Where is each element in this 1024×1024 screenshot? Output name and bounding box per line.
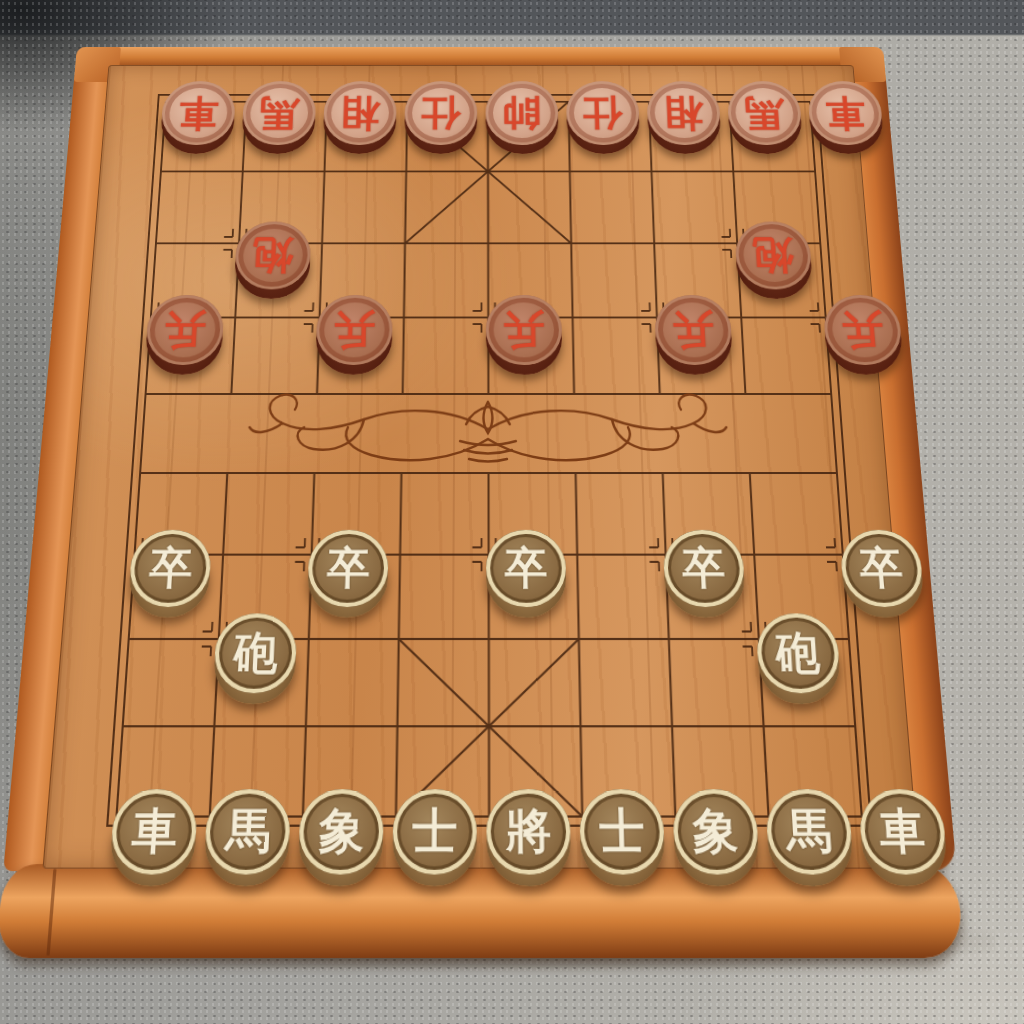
intersection-h5[interactable] bbox=[742, 455, 835, 536]
intersection-h10[interactable]: 馬 bbox=[722, 86, 807, 155]
intersection-c1[interactable]: 象 bbox=[293, 796, 389, 889]
piece-character: 砲 bbox=[774, 630, 820, 675]
intersection-c10[interactable]: 相 bbox=[318, 86, 401, 155]
intersection-h2[interactable] bbox=[755, 706, 853, 796]
piece-character: 象 bbox=[692, 807, 739, 856]
intersection-f7[interactable] bbox=[566, 301, 653, 377]
intersection-h1[interactable]: 馬 bbox=[760, 796, 859, 889]
intersection-f8[interactable] bbox=[564, 227, 649, 301]
piece-character: 士 bbox=[412, 807, 458, 856]
intersection-g8[interactable] bbox=[647, 227, 734, 301]
intersection-b3[interactable]: 砲 bbox=[208, 620, 302, 707]
piece-red-soldier[interactable]: 兵 bbox=[315, 295, 393, 375]
intersection-f5[interactable] bbox=[568, 455, 658, 536]
intersection-d8[interactable] bbox=[397, 227, 481, 301]
piece-character: 士 bbox=[599, 807, 645, 856]
piece-white-advisor[interactable]: 士 bbox=[579, 789, 666, 886]
piece-red-chariot[interactable]: 車 bbox=[806, 81, 884, 154]
intersection-i9[interactable] bbox=[807, 156, 895, 227]
piece-character: 卒 bbox=[326, 546, 370, 590]
intersection-b6[interactable] bbox=[221, 377, 311, 455]
intersection-a6[interactable] bbox=[134, 377, 225, 455]
intersection-c4[interactable]: 卒 bbox=[302, 536, 393, 620]
intersection-i6[interactable] bbox=[823, 377, 915, 455]
intersection-g5[interactable] bbox=[655, 455, 746, 536]
intersection-f6[interactable] bbox=[567, 377, 655, 455]
piece-white-chariot[interactable]: 車 bbox=[857, 789, 949, 886]
piece-character: 車 bbox=[878, 807, 927, 856]
piece-character: 兵 bbox=[840, 310, 884, 350]
piece-white-elephant[interactable]: 象 bbox=[672, 789, 760, 886]
intersection-e6[interactable] bbox=[482, 377, 569, 455]
piece-red-soldier[interactable]: 兵 bbox=[144, 295, 225, 375]
intersection-i8[interactable] bbox=[813, 227, 902, 301]
intersection-e9[interactable] bbox=[481, 156, 564, 227]
intersection-d9[interactable] bbox=[399, 156, 482, 227]
intersection-c2[interactable] bbox=[296, 706, 390, 796]
piece-character: 炮 bbox=[252, 236, 294, 275]
intersection-d4[interactable] bbox=[392, 536, 482, 620]
board-surface: 車馬相仕帥仕相馬車炮炮兵兵兵兵兵卒卒卒卒卒砲砲車馬象士將士象馬車 bbox=[43, 65, 920, 869]
piece-red-soldier[interactable]: 兵 bbox=[822, 295, 904, 375]
piece-character: 卒 bbox=[858, 546, 904, 590]
intersection-f2[interactable] bbox=[573, 706, 667, 796]
xiangqi-board: 車馬相仕帥仕相馬車炮炮兵兵兵兵兵卒卒卒卒卒砲砲車馬象士將士象馬車 bbox=[0, 47, 964, 958]
intersection-i3[interactable] bbox=[840, 620, 937, 707]
intersection-i2[interactable] bbox=[847, 706, 946, 796]
intersection-h4[interactable] bbox=[746, 536, 840, 620]
intersection-a4[interactable]: 卒 bbox=[123, 536, 217, 620]
piece-face: 將 bbox=[486, 789, 571, 874]
intersection-h9[interactable] bbox=[726, 156, 813, 227]
piece-character: 卒 bbox=[681, 546, 726, 590]
intersection-e10[interactable]: 帥 bbox=[481, 86, 563, 155]
piece-character: 兵 bbox=[503, 310, 544, 350]
piece-red-cannon[interactable]: 炮 bbox=[734, 222, 814, 299]
intersection-a7[interactable]: 兵 bbox=[140, 301, 229, 377]
piece-red-soldier[interactable]: 兵 bbox=[654, 295, 734, 375]
piece-red-chariot[interactable]: 車 bbox=[160, 81, 237, 154]
intersection-f9[interactable] bbox=[563, 156, 647, 227]
piece-character: 相 bbox=[340, 95, 380, 131]
piece-character: 馬 bbox=[259, 95, 300, 131]
intersection-d1[interactable]: 士 bbox=[387, 796, 481, 889]
piece-character: 仕 bbox=[421, 95, 460, 131]
piece-red-horse[interactable]: 馬 bbox=[726, 81, 803, 154]
intersection-a9[interactable] bbox=[150, 156, 237, 227]
intersection-d6[interactable] bbox=[395, 377, 482, 455]
intersection-e1[interactable]: 將 bbox=[482, 796, 576, 889]
piece-character: 將 bbox=[506, 807, 552, 856]
intersection-d7[interactable] bbox=[396, 301, 481, 377]
intersection-g2[interactable] bbox=[664, 706, 760, 796]
piece-character: 兵 bbox=[672, 310, 715, 350]
intersection-e7[interactable]: 兵 bbox=[481, 301, 566, 377]
piece-character: 馬 bbox=[744, 95, 785, 131]
frame-rail-top bbox=[92, 47, 869, 67]
intersection-b1[interactable]: 馬 bbox=[198, 796, 296, 889]
intersection-i5[interactable] bbox=[829, 455, 923, 536]
piece-character: 相 bbox=[663, 95, 704, 131]
piece-character: 車 bbox=[824, 95, 866, 131]
intersection-i4[interactable]: 卒 bbox=[834, 536, 930, 620]
piece-red-advisor[interactable]: 仕 bbox=[404, 81, 477, 154]
piece-character: 仕 bbox=[583, 95, 623, 131]
intersection-f3[interactable] bbox=[571, 620, 664, 707]
intersection-a3[interactable] bbox=[117, 620, 213, 707]
piece-character: 馬 bbox=[785, 807, 833, 856]
intersection-b5[interactable] bbox=[217, 455, 308, 536]
piece-character: 車 bbox=[130, 807, 178, 856]
piece-face: 士 bbox=[392, 789, 477, 874]
piece-character: 卒 bbox=[504, 546, 547, 590]
intersection-e8[interactable] bbox=[481, 227, 565, 301]
intersection-a10[interactable]: 車 bbox=[155, 86, 240, 155]
piece-white-soldier[interactable]: 卒 bbox=[307, 530, 389, 618]
intersection-d5[interactable] bbox=[393, 455, 481, 536]
piece-red-general[interactable]: 帥 bbox=[486, 81, 559, 154]
intersection-a1[interactable]: 車 bbox=[104, 796, 203, 889]
intersection-c7[interactable]: 兵 bbox=[311, 301, 398, 377]
intersection-d3[interactable] bbox=[390, 620, 481, 707]
piece-red-elephant[interactable]: 相 bbox=[646, 81, 722, 154]
intersection-g3[interactable] bbox=[661, 620, 755, 707]
intersection-c3[interactable] bbox=[299, 620, 392, 707]
photo-scene: 車馬相仕帥仕相馬車炮炮兵兵兵兵兵卒卒卒卒卒砲砲車馬象士將士象馬車 bbox=[0, 0, 1024, 1024]
intersection-g6[interactable] bbox=[652, 377, 742, 455]
piece-character: 兵 bbox=[164, 310, 207, 350]
intersection-e2[interactable] bbox=[482, 706, 575, 796]
intersection-i1[interactable]: 車 bbox=[853, 796, 954, 889]
intersection-grid: 車馬相仕帥仕相馬車炮炮兵兵兵兵兵卒卒卒卒卒砲砲車馬象士將士象馬車 bbox=[104, 86, 954, 888]
piece-white-soldier[interactable]: 卒 bbox=[839, 530, 926, 618]
piece-character: 車 bbox=[178, 95, 219, 131]
intersection-b2[interactable] bbox=[203, 706, 299, 796]
piece-red-cannon[interactable]: 炮 bbox=[234, 222, 312, 299]
piece-face: 仕 bbox=[566, 81, 640, 145]
intersection-g9[interactable] bbox=[644, 156, 729, 227]
piece-red-elephant[interactable]: 相 bbox=[323, 81, 397, 154]
intersection-c8[interactable] bbox=[313, 227, 398, 301]
intersection-b8[interactable]: 炮 bbox=[229, 227, 316, 301]
intersection-a5[interactable] bbox=[129, 455, 221, 536]
piece-white-elephant[interactable]: 象 bbox=[298, 789, 385, 886]
intersection-g4[interactable]: 卒 bbox=[658, 536, 751, 620]
intersection-a2[interactable] bbox=[110, 706, 208, 796]
piece-face: 帥 bbox=[486, 81, 559, 145]
intersection-c6[interactable] bbox=[308, 377, 396, 455]
intersection-a8[interactable] bbox=[145, 227, 233, 301]
piece-face: 兵 bbox=[486, 295, 563, 365]
intersection-e5[interactable] bbox=[482, 455, 570, 536]
piece-character: 帥 bbox=[502, 95, 541, 131]
intersection-b10[interactable]: 馬 bbox=[237, 86, 321, 155]
piece-white-cannon[interactable]: 砲 bbox=[213, 613, 298, 704]
piece-character: 炮 bbox=[752, 236, 795, 275]
intersection-f10[interactable]: 仕 bbox=[562, 86, 645, 155]
intersection-g7[interactable]: 兵 bbox=[650, 301, 738, 377]
intersection-i7[interactable]: 兵 bbox=[818, 301, 909, 377]
piece-face: 士 bbox=[579, 789, 665, 874]
intersection-f1[interactable]: 士 bbox=[574, 796, 670, 889]
intersection-h6[interactable] bbox=[738, 377, 829, 455]
intersection-b7[interactable] bbox=[225, 301, 313, 377]
piece-character: 卒 bbox=[148, 546, 194, 590]
intersection-e3[interactable] bbox=[482, 620, 573, 707]
intersection-f4[interactable] bbox=[570, 536, 661, 620]
piece-white-horse[interactable]: 馬 bbox=[764, 789, 854, 886]
piece-character: 象 bbox=[318, 807, 364, 856]
piece-red-soldier[interactable]: 兵 bbox=[486, 295, 563, 375]
intersection-b9[interactable] bbox=[233, 156, 318, 227]
intersection-b4[interactable] bbox=[212, 536, 305, 620]
piece-white-advisor[interactable]: 士 bbox=[392, 789, 477, 886]
intersection-c5[interactable] bbox=[305, 455, 395, 536]
intersection-i10[interactable]: 車 bbox=[803, 86, 889, 155]
intersection-h7[interactable] bbox=[734, 301, 823, 377]
piece-character: 馬 bbox=[224, 807, 271, 856]
intersection-e4[interactable]: 卒 bbox=[482, 536, 572, 620]
piece-character: 兵 bbox=[334, 310, 376, 350]
piece-white-horse[interactable]: 馬 bbox=[203, 789, 291, 886]
intersection-h8[interactable]: 炮 bbox=[730, 227, 818, 301]
piece-red-horse[interactable]: 馬 bbox=[241, 81, 317, 154]
intersection-h3[interactable]: 砲 bbox=[751, 620, 847, 707]
piece-white-soldier[interactable]: 卒 bbox=[662, 530, 746, 618]
piece-white-soldier[interactable]: 卒 bbox=[486, 530, 567, 618]
piece-white-cannon[interactable]: 砲 bbox=[755, 613, 842, 704]
intersection-g10[interactable]: 相 bbox=[642, 86, 726, 155]
piece-face: 卒 bbox=[486, 530, 566, 607]
intersection-d10[interactable]: 仕 bbox=[400, 86, 482, 155]
intersection-g1[interactable]: 象 bbox=[667, 796, 765, 889]
intersection-c9[interactable] bbox=[316, 156, 400, 227]
piece-white-chariot[interactable]: 車 bbox=[109, 789, 199, 886]
intersection-d2[interactable] bbox=[389, 706, 482, 796]
piece-white-soldier[interactable]: 卒 bbox=[128, 530, 213, 618]
piece-white-general[interactable]: 將 bbox=[486, 789, 571, 886]
piece-red-advisor[interactable]: 仕 bbox=[566, 81, 641, 154]
piece-character: 砲 bbox=[233, 630, 279, 675]
piece-face: 仕 bbox=[404, 81, 477, 145]
